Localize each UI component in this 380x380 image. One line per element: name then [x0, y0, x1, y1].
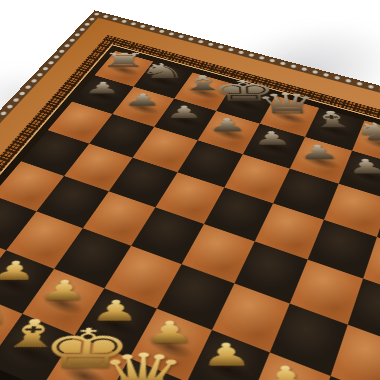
- chess-table: ♜♞♝♚♛♝♞♜♟♟♟♟♟♟♟♟♟♟♟♟♟♟♟♟♜♞♝♚♛♝♞♜: [0, 10, 380, 380]
- white-bishop[interactable]: ♝: [0, 315, 68, 354]
- square-f3[interactable]: [212, 283, 290, 352]
- white-pawn[interactable]: ♟: [200, 340, 253, 372]
- white-pawn[interactable]: ♟: [143, 318, 195, 348]
- tooled-leather-border: ♜♞♝♚♛♝♞♜♟♟♟♟♟♟♟♟♟♟♟♟♟♟♟♟♜♞♝♚♛♝♞♜: [0, 35, 380, 380]
- square-d2[interactable]: ♟: [75, 288, 157, 358]
- leather-apron: ♜♞♝♚♛♝♞♜♟♟♟♟♟♟♟♟♟♟♟♟♟♟♟♟♜♞♝♚♛♝♞♜: [0, 18, 380, 380]
- square-h4[interactable]: [348, 279, 380, 347]
- chess-board: ♜♞♝♚♛♝♞♜♟♟♟♟♟♟♟♟♟♟♟♟♟♟♟♟♜♞♝♚♛♝♞♜: [0, 51, 380, 380]
- square-g4[interactable]: [290, 260, 363, 325]
- square-d3[interactable]: [104, 246, 181, 309]
- square-b1[interactable]: ♞: [0, 293, 22, 364]
- black-pawn[interactable]: ♟: [344, 157, 380, 177]
- black-knight[interactable]: ♞: [348, 120, 380, 145]
- square-g5[interactable]: [308, 220, 377, 279]
- square-c2[interactable]: ♟: [22, 269, 104, 336]
- black-pawn[interactable]: ♟: [123, 92, 162, 109]
- black-pawn[interactable]: ♟: [297, 143, 341, 162]
- square-c1[interactable]: ♝: [0, 314, 75, 380]
- white-king[interactable]: ♚: [36, 322, 134, 377]
- black-pawn[interactable]: ♟: [83, 80, 122, 96]
- square-g2[interactable]: ♟: [248, 352, 331, 380]
- square-e3[interactable]: [157, 264, 235, 330]
- scene-3d: ♜♞♝♚♛♝♞♜♟♟♟♟♟♟♟♟♟♟♟♟♟♟♟♟♜♞♝♚♛♝♞♜: [0, 0, 380, 380]
- square-h3[interactable]: [331, 325, 380, 380]
- white-pawn[interactable]: ♟: [258, 362, 315, 380]
- product-photo-stage: ♜♞♝♚♛♝♞♜♟♟♟♟♟♟♟♟♟♟♟♟♟♟♟♟♜♞♝♚♛♝♞♜: [0, 0, 380, 380]
- square-e2[interactable]: ♟: [129, 309, 212, 380]
- square-f2[interactable]: ♟: [187, 330, 270, 380]
- square-e4[interactable]: [182, 224, 255, 283]
- board-frame: ♜♞♝♚♛♝♞♜♟♟♟♟♟♟♟♟♟♟♟♟♟♟♟♟♜♞♝♚♛♝♞♜: [0, 45, 380, 380]
- black-pawn[interactable]: ♟: [207, 116, 247, 134]
- white-pawn[interactable]: ♟: [0, 258, 40, 284]
- black-pawn[interactable]: ♟: [251, 129, 293, 148]
- white-pawn[interactable]: ♟: [37, 277, 90, 304]
- square-c3[interactable]: [54, 228, 131, 288]
- square-f4[interactable]: [234, 241, 307, 303]
- square-h5[interactable]: [363, 237, 380, 298]
- square-g3[interactable]: [270, 304, 348, 376]
- square-a2[interactable]: ♟: [0, 232, 6, 293]
- black-pawn[interactable]: ♟: [165, 104, 204, 121]
- square-d1[interactable]: ♚: [41, 335, 129, 380]
- square-h2[interactable]: ♟: [311, 376, 380, 380]
- white-knight[interactable]: ♞: [0, 292, 19, 331]
- square-b2[interactable]: ♟: [0, 250, 54, 314]
- square-e1[interactable]: ♛: [99, 358, 187, 380]
- pinstripe-trim: ♜♞♝♚♛♝♞♜♟♟♟♟♟♟♟♟♟♟♟♟♟♟♟♟♜♞♝♚♛♝♞♜: [0, 44, 380, 380]
- white-pawn[interactable]: ♟: [89, 297, 141, 326]
- white-queen[interactable]: ♛: [95, 347, 187, 380]
